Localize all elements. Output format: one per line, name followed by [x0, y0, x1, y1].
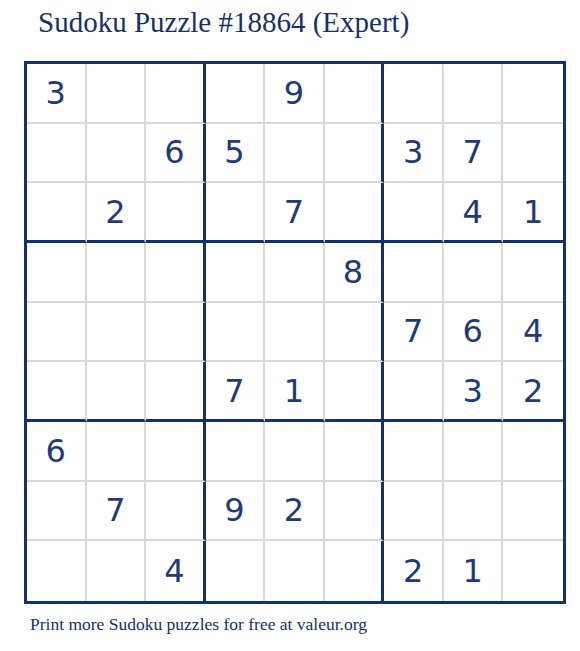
cell-r2c7[interactable]: 3 — [384, 124, 444, 184]
cell-r4c4[interactable] — [206, 243, 266, 303]
cell-r2c4[interactable]: 5 — [206, 124, 266, 184]
cell-r6c8[interactable]: 3 — [444, 362, 504, 422]
cell-r4c3[interactable] — [146, 243, 206, 303]
cell-r3c2[interactable]: 2 — [87, 183, 147, 243]
page-title: Sudoku Puzzle #18864 (Expert) — [38, 6, 409, 39]
cell-r1c3[interactable] — [146, 64, 206, 124]
cell-r8c7[interactable] — [384, 482, 444, 542]
cell-r3c6[interactable] — [325, 183, 385, 243]
cell-r5c1[interactable] — [27, 303, 87, 363]
cell-r4c1[interactable] — [27, 243, 87, 303]
cell-r7c1[interactable]: 6 — [27, 422, 87, 482]
cell-r7c3[interactable] — [146, 422, 206, 482]
cell-r1c1[interactable]: 3 — [27, 64, 87, 124]
cell-r6c4[interactable]: 7 — [206, 362, 266, 422]
cell-r2c5[interactable] — [265, 124, 325, 184]
cell-r3c5[interactable]: 7 — [265, 183, 325, 243]
cell-r2c2[interactable] — [87, 124, 147, 184]
cell-r8c5[interactable]: 2 — [265, 482, 325, 542]
cell-r9c7[interactable]: 2 — [384, 541, 444, 601]
cell-r6c3[interactable] — [146, 362, 206, 422]
cell-r9c9[interactable] — [503, 541, 563, 601]
cell-r1c5[interactable]: 9 — [265, 64, 325, 124]
cell-r1c9[interactable] — [503, 64, 563, 124]
cell-r9c3[interactable]: 4 — [146, 541, 206, 601]
cell-r4c6[interactable]: 8 — [325, 243, 385, 303]
cell-r7c8[interactable] — [444, 422, 504, 482]
cell-r4c2[interactable] — [87, 243, 147, 303]
cell-r1c2[interactable] — [87, 64, 147, 124]
cell-r8c3[interactable] — [146, 482, 206, 542]
cell-r7c7[interactable] — [384, 422, 444, 482]
cell-r3c9[interactable]: 1 — [503, 183, 563, 243]
cell-r7c4[interactable] — [206, 422, 266, 482]
cell-r1c7[interactable] — [384, 64, 444, 124]
cell-r9c6[interactable] — [325, 541, 385, 601]
cell-r5c6[interactable] — [325, 303, 385, 363]
cell-r8c2[interactable]: 7 — [87, 482, 147, 542]
cell-r9c5[interactable] — [265, 541, 325, 601]
cell-r6c2[interactable] — [87, 362, 147, 422]
cell-r4c9[interactable] — [503, 243, 563, 303]
cell-r8c1[interactable] — [27, 482, 87, 542]
cell-r6c6[interactable] — [325, 362, 385, 422]
cell-r5c2[interactable] — [87, 303, 147, 363]
cell-r7c2[interactable] — [87, 422, 147, 482]
cell-r5c3[interactable] — [146, 303, 206, 363]
cell-r4c7[interactable] — [384, 243, 444, 303]
cell-r5c7[interactable]: 7 — [384, 303, 444, 363]
cell-r9c4[interactable] — [206, 541, 266, 601]
cell-r3c7[interactable] — [384, 183, 444, 243]
cell-r3c1[interactable] — [27, 183, 87, 243]
cell-r2c8[interactable]: 7 — [444, 124, 504, 184]
cell-r6c9[interactable]: 2 — [503, 362, 563, 422]
cell-r8c6[interactable] — [325, 482, 385, 542]
cell-r1c8[interactable] — [444, 64, 504, 124]
cell-r5c9[interactable]: 4 — [503, 303, 563, 363]
cell-r2c9[interactable] — [503, 124, 563, 184]
cell-r6c1[interactable] — [27, 362, 87, 422]
sudoku-board: 3965372741876471326792421 — [24, 61, 566, 604]
cell-r9c8[interactable]: 1 — [444, 541, 504, 601]
cell-r3c4[interactable] — [206, 183, 266, 243]
cell-r2c1[interactable] — [27, 124, 87, 184]
cell-r2c3[interactable]: 6 — [146, 124, 206, 184]
cell-r5c5[interactable] — [265, 303, 325, 363]
cell-r4c5[interactable] — [265, 243, 325, 303]
cell-r8c4[interactable]: 9 — [206, 482, 266, 542]
cell-r3c3[interactable] — [146, 183, 206, 243]
cell-r8c8[interactable] — [444, 482, 504, 542]
cell-r1c6[interactable] — [325, 64, 385, 124]
cell-r5c4[interactable] — [206, 303, 266, 363]
cell-r7c6[interactable] — [325, 422, 385, 482]
cell-r6c7[interactable] — [384, 362, 444, 422]
cell-r8c9[interactable] — [503, 482, 563, 542]
cell-r9c2[interactable] — [87, 541, 147, 601]
cell-r4c8[interactable] — [444, 243, 504, 303]
cell-r7c5[interactable] — [265, 422, 325, 482]
cell-r1c4[interactable] — [206, 64, 266, 124]
cell-r2c6[interactable] — [325, 124, 385, 184]
footer-text: Print more Sudoku puzzles for free at va… — [30, 614, 367, 635]
cell-r5c8[interactable]: 6 — [444, 303, 504, 363]
cell-r7c9[interactable] — [503, 422, 563, 482]
cell-r6c5[interactable]: 1 — [265, 362, 325, 422]
cell-r3c8[interactable]: 4 — [444, 183, 504, 243]
cell-r9c1[interactable] — [27, 541, 87, 601]
